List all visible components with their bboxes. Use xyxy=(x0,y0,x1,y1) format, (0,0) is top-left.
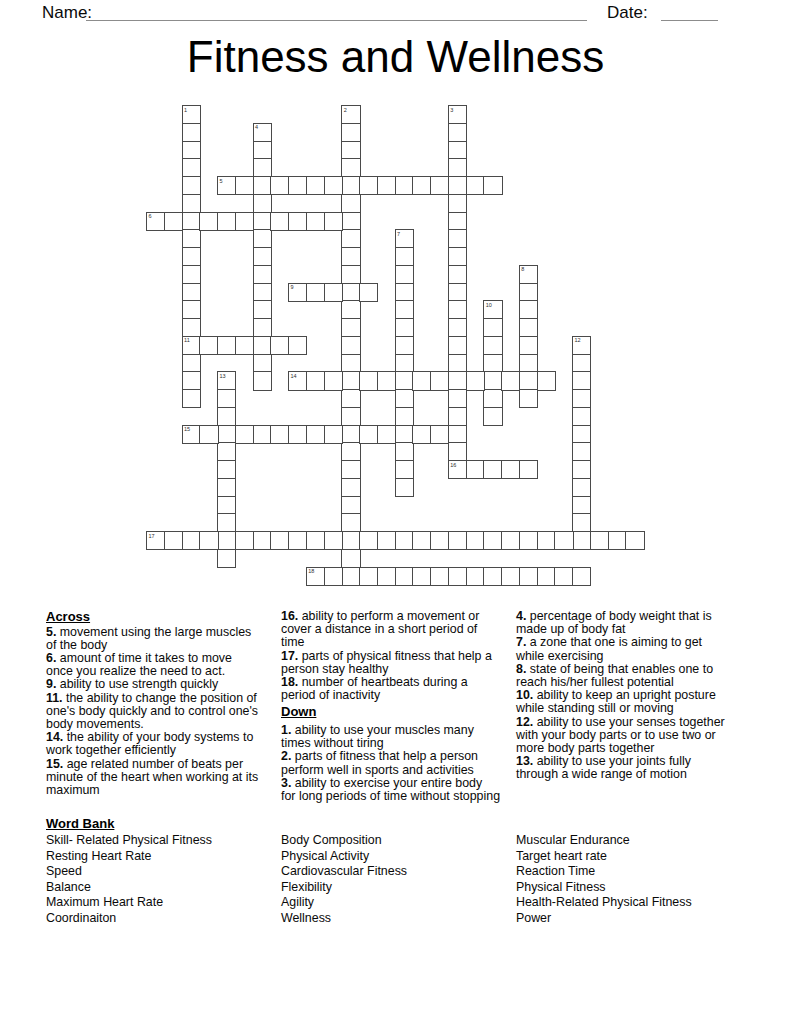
grid-cell xyxy=(253,229,272,248)
grid-cell xyxy=(412,176,431,195)
grid-cell xyxy=(448,389,467,408)
grid-cell xyxy=(324,425,343,444)
grid-cell xyxy=(572,371,591,390)
grid-cell xyxy=(554,531,573,550)
grid-cell xyxy=(306,212,325,231)
grid-cell xyxy=(519,389,538,408)
grid-cell xyxy=(448,247,467,266)
grid-cell: 12 xyxy=(572,336,591,355)
grid-cell xyxy=(572,531,591,550)
word-bank-item: Physical Fitness xyxy=(516,880,750,896)
grid-cell xyxy=(341,567,360,586)
grid-cell xyxy=(483,567,502,586)
grid-cell xyxy=(341,354,360,373)
grid-cell xyxy=(324,531,343,550)
clue-number-label: 5. xyxy=(46,625,56,639)
grid-cell xyxy=(395,176,414,195)
grid-cell xyxy=(217,336,236,355)
grid-cell xyxy=(235,212,254,231)
grid-cell xyxy=(341,176,360,195)
grid-cell xyxy=(483,371,502,390)
grid-cell: 17 xyxy=(146,531,165,550)
grid-cell xyxy=(430,567,449,586)
crossword-grid: 111231645678910121314151718 xyxy=(146,105,646,587)
word-bank-item: Maximum Heart Rate xyxy=(46,895,280,911)
grid-cell xyxy=(341,265,360,284)
grid-cell: 9 xyxy=(288,283,307,302)
grid-cell xyxy=(483,318,502,337)
clue-number-label: 6. xyxy=(46,651,56,665)
grid-cell xyxy=(448,212,467,231)
grid-cell xyxy=(448,442,467,461)
grid-cell xyxy=(519,531,538,550)
grid-cell xyxy=(395,371,414,390)
grid-cell xyxy=(448,567,467,586)
grid-cell xyxy=(395,389,414,408)
grid-cell xyxy=(483,531,502,550)
grid-cell xyxy=(519,354,538,373)
across-header: Across xyxy=(46,610,280,624)
grid-cell xyxy=(253,176,272,195)
grid-cell xyxy=(395,567,414,586)
clue-down-13: 13. ability to use your joints fully thr… xyxy=(516,755,750,781)
grid-cell: 11 xyxy=(182,336,201,355)
grid-cell xyxy=(501,460,520,479)
grid-cell xyxy=(395,354,414,373)
word-bank-item: Reaction Time xyxy=(516,864,750,880)
grid-cell xyxy=(217,549,236,568)
grid-cell xyxy=(182,300,201,319)
clue-number-label: 9. xyxy=(46,677,56,691)
grid-cell xyxy=(466,460,485,479)
grid-cell xyxy=(519,567,538,586)
grid-cell xyxy=(341,407,360,426)
grid-cell xyxy=(182,371,201,390)
grid-cell xyxy=(359,283,378,302)
cell-number: 8 xyxy=(521,266,524,273)
grid-cell xyxy=(501,531,520,550)
clue-number-label: 2. xyxy=(281,749,291,763)
crossword-worksheet-page: Name: Date: Fitness and Wellness 1112316… xyxy=(0,0,791,1024)
clue-number-label: 1. xyxy=(281,723,291,737)
grid-cell xyxy=(554,567,573,586)
grid-cell: 10 xyxy=(483,300,502,319)
grid-cell xyxy=(217,407,236,426)
clue-number-label: 14. xyxy=(46,730,63,744)
grid-cell xyxy=(306,531,325,550)
grid-cell xyxy=(341,318,360,337)
grid-cell xyxy=(395,265,414,284)
grid-cell: 4 xyxy=(253,123,272,142)
grid-cell xyxy=(341,336,360,355)
grid-cell xyxy=(270,212,289,231)
grid-cell xyxy=(270,425,289,444)
grid-cell xyxy=(448,141,467,160)
grid-cell xyxy=(253,247,272,266)
word-bank-item: Target heart rate xyxy=(516,849,750,865)
grid-cell xyxy=(625,531,644,550)
clue-down-3: 3. ability to exercise your entire body … xyxy=(281,777,515,803)
grid-cell xyxy=(483,176,502,195)
page-title: Fitness and Wellness xyxy=(0,31,791,83)
grid-cell xyxy=(466,567,485,586)
name-blank-line xyxy=(86,2,587,21)
clue-number-label: 12. xyxy=(516,715,533,729)
grid-cell xyxy=(448,176,467,195)
grid-cell xyxy=(182,247,201,266)
clue-number-label: 16. xyxy=(281,609,298,623)
grid-cell xyxy=(306,425,325,444)
grid-cell xyxy=(395,318,414,337)
word-bank-item: Muscular Endurance xyxy=(516,833,750,849)
date-blank-line xyxy=(661,2,718,21)
grid-cell xyxy=(324,371,343,390)
clue-number-label: 4. xyxy=(516,609,526,623)
word-bank-item: Wellness xyxy=(281,911,515,927)
grid-cell xyxy=(590,531,609,550)
clue-number-label: 15. xyxy=(46,757,63,771)
grid-cell xyxy=(483,407,502,426)
grid-cell xyxy=(324,567,343,586)
cell-number: 3 xyxy=(450,107,453,114)
word-bank-item: Skill- Related Physical Fitness xyxy=(46,833,280,849)
grid-cell xyxy=(341,300,360,319)
grid-cell xyxy=(430,371,449,390)
grid-cell xyxy=(412,567,431,586)
grid-cell xyxy=(572,478,591,497)
cell-number: 2 xyxy=(344,107,347,114)
word-bank-item: Body Composition xyxy=(281,833,515,849)
grid-cell xyxy=(501,567,520,586)
grid-cell xyxy=(235,425,254,444)
grid-cell xyxy=(199,212,218,231)
grid-cell xyxy=(199,425,218,444)
grid-cell xyxy=(537,567,556,586)
grid-cell xyxy=(182,389,201,408)
grid-cell xyxy=(341,247,360,266)
clue-number-label: 10. xyxy=(516,688,533,702)
cell-number: 6 xyxy=(149,213,152,220)
grid-cell: 5 xyxy=(217,176,236,195)
clue-number-label: 13. xyxy=(516,754,533,768)
grid-cell xyxy=(253,265,272,284)
grid-cell: 16 xyxy=(448,460,467,479)
grid-cell xyxy=(430,425,449,444)
name-label: Name: xyxy=(42,3,92,23)
cell-number: 14 xyxy=(291,373,297,380)
clue-number-label: 3. xyxy=(281,776,291,790)
cell-number: 9 xyxy=(291,284,294,291)
grid-cell xyxy=(288,336,307,355)
grid-cell xyxy=(359,371,378,390)
grid-cell xyxy=(430,531,449,550)
word-bank-column-1: Skill- Related Physical FitnessResting H… xyxy=(46,833,280,927)
grid-cell xyxy=(253,283,272,302)
grid-cell: 14 xyxy=(288,371,307,390)
grid-cell xyxy=(341,158,360,177)
grid-cell xyxy=(412,531,431,550)
clue-column-2: 16. ability to perform a movement or cov… xyxy=(281,610,515,803)
grid-cell: 8 xyxy=(519,265,538,284)
grid-cell xyxy=(182,354,201,373)
clues-section: Across5. movement using the large muscle… xyxy=(0,610,791,810)
grid-cell xyxy=(306,371,325,390)
grid-cell xyxy=(341,549,360,568)
cell-number: 11 xyxy=(184,337,190,344)
clue-across-11: 11. the ability to change the position o… xyxy=(46,692,280,732)
grid-cell xyxy=(448,158,467,177)
grid-cell xyxy=(217,425,236,444)
grid-cell xyxy=(377,567,396,586)
grid-cell xyxy=(430,176,449,195)
cell-number: 13 xyxy=(220,373,226,380)
grid-cell xyxy=(182,229,201,248)
cell-number: 12 xyxy=(575,337,581,344)
grid-cell xyxy=(182,265,201,284)
grid-cell xyxy=(253,318,272,337)
grid-cell xyxy=(448,336,467,355)
grid-cell xyxy=(572,460,591,479)
clue-number-label: 11. xyxy=(46,691,63,705)
clue-across-18: 18. number of heartbeats during a period… xyxy=(281,676,515,702)
clue-down-2: 2. parts of fitness that help a person p… xyxy=(281,750,515,776)
grid-cell xyxy=(501,371,520,390)
word-bank-item: Flexibility xyxy=(281,880,515,896)
grid-cell xyxy=(519,460,538,479)
grid-cell xyxy=(341,371,360,390)
grid-cell xyxy=(306,176,325,195)
grid-cell xyxy=(395,300,414,319)
date-label: Date: xyxy=(607,3,648,23)
grid-cell xyxy=(395,407,414,426)
clue-down-12: 12. ability to use your senses together … xyxy=(516,716,750,756)
grid-cell xyxy=(572,425,591,444)
grid-cell xyxy=(395,247,414,266)
grid-cell xyxy=(341,460,360,479)
grid-cell xyxy=(217,478,236,497)
grid-cell xyxy=(341,478,360,497)
grid-cell xyxy=(412,425,431,444)
word-bank-item: Physical Activity xyxy=(281,849,515,865)
word-bank-item: Speed xyxy=(46,864,280,880)
word-bank-item: Balance xyxy=(46,880,280,896)
grid-cell: 3 xyxy=(448,105,467,124)
grid-cell xyxy=(253,300,272,319)
grid-cell xyxy=(448,425,467,444)
grid-cell xyxy=(199,531,218,550)
grid-cell xyxy=(164,212,183,231)
grid-cell xyxy=(253,141,272,160)
clue-down-7: 7. a zone that one is aiming to get whil… xyxy=(516,636,750,662)
grid-cell xyxy=(448,531,467,550)
grid-cell xyxy=(341,212,360,231)
grid-cell xyxy=(341,141,360,160)
grid-cell: 7 xyxy=(395,229,414,248)
word-bank-item: Resting Heart Rate xyxy=(46,849,280,865)
grid-cell xyxy=(448,318,467,337)
grid-cell xyxy=(164,531,183,550)
grid-cell xyxy=(182,212,201,231)
grid-cell xyxy=(182,318,201,337)
grid-cell xyxy=(217,531,236,550)
cell-number: 5 xyxy=(220,178,223,185)
grid-cell xyxy=(359,531,378,550)
grid-cell xyxy=(359,567,378,586)
grid-cell xyxy=(217,496,236,515)
grid-cell xyxy=(395,442,414,461)
grid-cell xyxy=(395,460,414,479)
clue-number-label: 17. xyxy=(281,649,298,663)
grid-cell xyxy=(395,283,414,302)
clue-down-4: 4. percentage of body weight that is mad… xyxy=(516,610,750,636)
grid-cell xyxy=(253,158,272,177)
grid-cell xyxy=(217,460,236,479)
grid-cell xyxy=(324,212,343,231)
grid-cell xyxy=(377,371,396,390)
grid-cell xyxy=(199,336,218,355)
grid-cell xyxy=(253,425,272,444)
grid-cell xyxy=(341,123,360,142)
grid-cell xyxy=(217,513,236,532)
grid-cell xyxy=(519,318,538,337)
grid-cell xyxy=(572,442,591,461)
grid-cell xyxy=(253,212,272,231)
grid-cell xyxy=(377,176,396,195)
grid-cell xyxy=(270,176,289,195)
clue-column-3: 4. percentage of body weight that is mad… xyxy=(516,610,750,782)
clue-down-10: 10. ability to keep an upright posture w… xyxy=(516,689,750,715)
clue-down-1: 1. ability to use your muscles many time… xyxy=(281,724,515,750)
grid-cell xyxy=(572,407,591,426)
grid-cell xyxy=(572,513,591,532)
grid-cell xyxy=(466,531,485,550)
grid-cell xyxy=(519,283,538,302)
grid-cell xyxy=(235,531,254,550)
grid-cell xyxy=(253,354,272,373)
grid-cell xyxy=(288,425,307,444)
grid-cell xyxy=(182,283,201,302)
grid-cell xyxy=(217,212,236,231)
clue-column-1: Across5. movement using the large muscle… xyxy=(46,610,280,797)
word-bank-column-3: Muscular EnduranceTarget heart rateReact… xyxy=(516,833,750,927)
grid-cell xyxy=(395,336,414,355)
cell-number: 16 xyxy=(450,462,456,469)
clue-across-16: 16. ability to perform a movement or cov… xyxy=(281,610,515,650)
grid-cell xyxy=(448,194,467,213)
grid-cell xyxy=(182,123,201,142)
grid-cell xyxy=(483,336,502,355)
grid-cell xyxy=(448,229,467,248)
cell-number: 4 xyxy=(255,124,258,131)
grid-cell xyxy=(395,531,414,550)
grid-cell xyxy=(182,176,201,195)
grid-cell: 2 xyxy=(341,105,360,124)
grid-cell xyxy=(341,283,360,302)
grid-cell xyxy=(377,531,396,550)
grid-cell xyxy=(395,478,414,497)
grid-cell xyxy=(253,194,272,213)
grid-cell xyxy=(537,371,556,390)
grid-cell xyxy=(466,176,485,195)
grid-cell xyxy=(519,371,538,390)
grid-cell xyxy=(341,442,360,461)
grid-cell xyxy=(412,371,431,390)
grid-cell xyxy=(324,283,343,302)
grid-cell xyxy=(359,425,378,444)
grid-cell: 15 xyxy=(182,425,201,444)
grid-cell xyxy=(253,371,272,390)
cell-number: 1 xyxy=(184,107,187,114)
grid-cell xyxy=(572,496,591,515)
grid-cell xyxy=(572,567,591,586)
clue-across-5: 5. movement using the large muscles of t… xyxy=(46,626,280,652)
grid-cell xyxy=(288,531,307,550)
grid-cell xyxy=(288,176,307,195)
grid-cell: 6 xyxy=(146,212,165,231)
grid-cell xyxy=(572,389,591,408)
down-header: Down xyxy=(281,705,515,719)
word-bank-title: Word Bank xyxy=(46,816,114,831)
clue-number-label: 7. xyxy=(516,635,526,649)
grid-cell xyxy=(448,300,467,319)
grid-cell xyxy=(341,229,360,248)
grid-cell xyxy=(270,531,289,550)
grid-cell xyxy=(448,265,467,284)
grid-cell xyxy=(519,300,538,319)
grid-cell xyxy=(324,176,343,195)
grid-cell xyxy=(288,212,307,231)
grid-cell: 1 xyxy=(182,105,201,124)
grid-cell xyxy=(519,336,538,355)
grid-cell: 13 xyxy=(217,371,236,390)
grid-cell xyxy=(377,425,396,444)
cell-number: 17 xyxy=(149,533,155,540)
word-bank-item: Cardiovascular Fitness xyxy=(281,864,515,880)
grid-cell xyxy=(235,336,254,355)
grid-cell xyxy=(448,283,467,302)
word-bank-item: Health-Related Physical Fitness xyxy=(516,895,750,911)
clue-across-9: 9. ability to use strength quickly xyxy=(46,678,280,691)
cell-number: 10 xyxy=(486,302,492,309)
clue-across-15: 15. age related number of beats per minu… xyxy=(46,758,280,798)
cell-number: 15 xyxy=(184,426,190,433)
word-bank-item: Power xyxy=(516,911,750,927)
grid-cell xyxy=(483,389,502,408)
grid-cell xyxy=(182,141,201,160)
grid-cell xyxy=(341,496,360,515)
grid-cell xyxy=(359,176,378,195)
grid-cell xyxy=(253,531,272,550)
grid-cell xyxy=(608,531,627,550)
grid-cell xyxy=(483,460,502,479)
grid-cell xyxy=(448,371,467,390)
grid-cell xyxy=(270,336,289,355)
grid-cell xyxy=(448,123,467,142)
word-bank-column-2: Body CompositionPhysical ActivityCardiov… xyxy=(281,833,515,927)
clue-across-6: 6. amount of time it takes to move once … xyxy=(46,652,280,678)
grid-cell xyxy=(341,425,360,444)
grid-cell xyxy=(395,425,414,444)
grid-cell xyxy=(448,354,467,373)
grid-cell xyxy=(341,531,360,550)
word-bank-item: Agility xyxy=(281,895,515,911)
grid-cell xyxy=(306,283,325,302)
grid-cell xyxy=(217,442,236,461)
grid-cell xyxy=(341,513,360,532)
clue-across-17: 17. parts of physical fitness that help … xyxy=(281,650,515,676)
cell-number: 18 xyxy=(308,568,314,575)
grid-cell xyxy=(235,176,254,195)
